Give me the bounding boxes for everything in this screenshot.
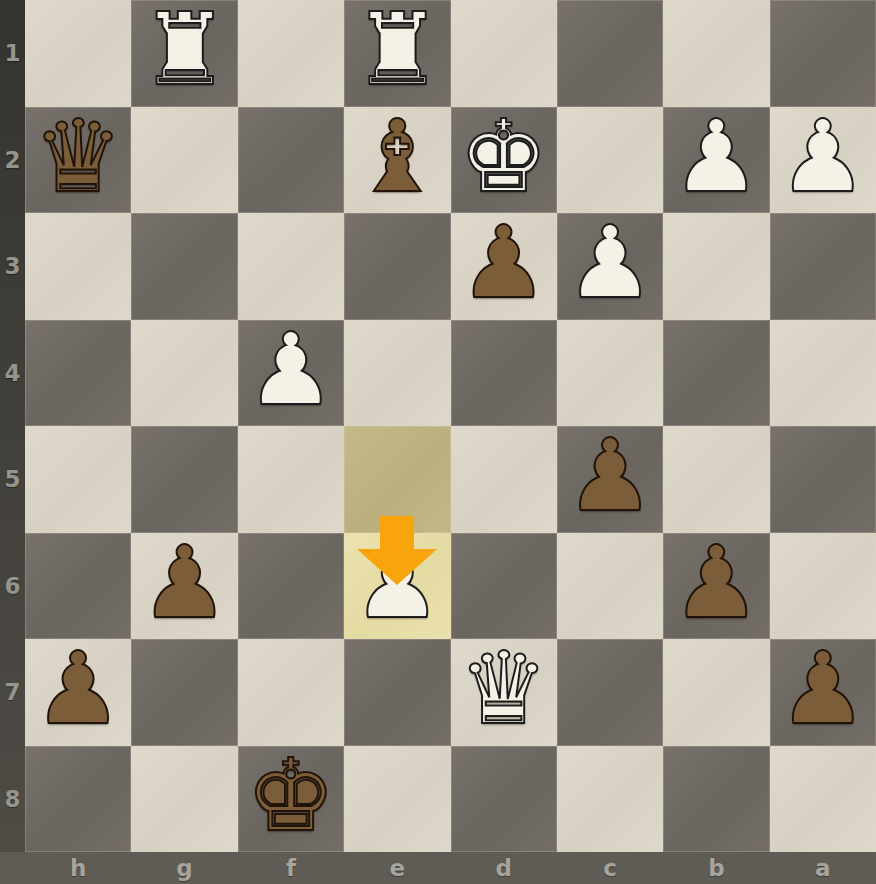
square-g8[interactable] <box>131 746 237 853</box>
square-d6[interactable] <box>451 533 557 640</box>
square-e8[interactable] <box>344 746 450 853</box>
file-label-c: c <box>557 852 663 884</box>
rank-labels: 12345678 <box>0 0 25 852</box>
file-label-e: e <box>344 852 450 884</box>
square-a3[interactable] <box>770 213 876 320</box>
piece-black-bishop-e2[interactable]: ♝ <box>352 107 442 207</box>
square-b4[interactable] <box>663 320 769 427</box>
square-c5[interactable]: ♟ <box>557 426 663 533</box>
square-b8[interactable] <box>663 746 769 853</box>
piece-black-pawn-g6[interactable]: ♟ <box>140 533 230 633</box>
square-a5[interactable] <box>770 426 876 533</box>
square-h8[interactable] <box>25 746 131 853</box>
square-g7[interactable] <box>131 639 237 746</box>
square-d3[interactable]: ♟ <box>451 213 557 320</box>
square-e2[interactable]: ♝ <box>344 107 450 214</box>
square-c1[interactable] <box>557 0 663 107</box>
square-c4[interactable] <box>557 320 663 427</box>
rank-label-8: 8 <box>0 746 25 853</box>
square-d7[interactable]: ♛ <box>451 639 557 746</box>
square-f1[interactable] <box>238 0 344 107</box>
square-g2[interactable] <box>131 107 237 214</box>
square-h5[interactable] <box>25 426 131 533</box>
rank-label-5: 5 <box>0 426 25 533</box>
piece-white-pawn-f4[interactable]: ♟ <box>246 320 336 420</box>
square-b1[interactable] <box>663 0 769 107</box>
square-h4[interactable] <box>25 320 131 427</box>
square-g6[interactable]: ♟ <box>131 533 237 640</box>
piece-white-rook-e1[interactable]: ♜ <box>352 0 442 100</box>
square-c8[interactable] <box>557 746 663 853</box>
file-label-h: h <box>25 852 131 884</box>
square-g1[interactable]: ♜ <box>131 0 237 107</box>
square-g3[interactable] <box>131 213 237 320</box>
square-a6[interactable] <box>770 533 876 640</box>
piece-black-pawn-b6[interactable]: ♟ <box>672 533 762 633</box>
square-a2[interactable]: ♟ <box>770 107 876 214</box>
square-g4[interactable] <box>131 320 237 427</box>
square-b3[interactable] <box>663 213 769 320</box>
square-e6[interactable]: ♟ <box>344 533 450 640</box>
piece-black-queen-h2[interactable]: ♛ <box>33 107 123 207</box>
square-f5[interactable] <box>238 426 344 533</box>
piece-black-pawn-d3[interactable]: ♟ <box>459 213 549 313</box>
square-b5[interactable] <box>663 426 769 533</box>
square-d2[interactable]: ♚ <box>451 107 557 214</box>
piece-black-pawn-h7[interactable]: ♟ <box>33 639 123 739</box>
square-b7[interactable] <box>663 639 769 746</box>
square-h2[interactable]: ♛ <box>25 107 131 214</box>
square-f2[interactable] <box>238 107 344 214</box>
square-f6[interactable] <box>238 533 344 640</box>
square-c7[interactable] <box>557 639 663 746</box>
square-c2[interactable] <box>557 107 663 214</box>
square-f8[interactable]: ♚ <box>238 746 344 853</box>
piece-white-king-d2[interactable]: ♚ <box>459 107 549 207</box>
square-a8[interactable] <box>770 746 876 853</box>
square-d1[interactable] <box>451 0 557 107</box>
square-e1[interactable]: ♜ <box>344 0 450 107</box>
piece-white-pawn-a2[interactable]: ♟ <box>778 107 868 207</box>
chess-app: 12345678 ♜♜♛♝♚♟♟♟♟♟♟♟♟♟♟♛♟♚ hgfedcba <box>0 0 876 884</box>
square-h6[interactable] <box>25 533 131 640</box>
square-c3[interactable]: ♟ <box>557 213 663 320</box>
piece-black-pawn-c5[interactable]: ♟ <box>565 426 655 526</box>
square-e3[interactable] <box>344 213 450 320</box>
square-h3[interactable] <box>25 213 131 320</box>
square-f3[interactable] <box>238 213 344 320</box>
file-label-a: a <box>770 852 876 884</box>
square-e4[interactable] <box>344 320 450 427</box>
rank-label-3: 3 <box>0 213 25 320</box>
rank-label-1: 1 <box>0 0 25 107</box>
board: ♜♜♛♝♚♟♟♟♟♟♟♟♟♟♟♛♟♚ <box>25 0 876 852</box>
square-c6[interactable] <box>557 533 663 640</box>
rank-label-6: 6 <box>0 533 25 640</box>
square-f7[interactable] <box>238 639 344 746</box>
file-labels: hgfedcba <box>0 852 876 884</box>
square-g5[interactable] <box>131 426 237 533</box>
square-b6[interactable]: ♟ <box>663 533 769 640</box>
square-f4[interactable]: ♟ <box>238 320 344 427</box>
file-label-f: f <box>238 852 344 884</box>
file-label-g: g <box>131 852 237 884</box>
file-label-d: d <box>451 852 557 884</box>
piece-white-pawn-c3[interactable]: ♟ <box>565 213 655 313</box>
square-d8[interactable] <box>451 746 557 853</box>
piece-black-pawn-a7[interactable]: ♟ <box>778 639 868 739</box>
square-h1[interactable] <box>25 0 131 107</box>
square-a7[interactable]: ♟ <box>770 639 876 746</box>
square-e5[interactable] <box>344 426 450 533</box>
square-a4[interactable] <box>770 320 876 427</box>
rank-label-4: 4 <box>0 320 25 427</box>
piece-white-rook-g1[interactable]: ♜ <box>140 0 230 100</box>
rank-label-2: 2 <box>0 107 25 214</box>
square-b2[interactable]: ♟ <box>663 107 769 214</box>
piece-black-king-f8[interactable]: ♚ <box>246 746 336 846</box>
square-d4[interactable] <box>451 320 557 427</box>
piece-white-pawn-e6[interactable]: ♟ <box>352 533 442 633</box>
file-label-b: b <box>663 852 769 884</box>
piece-white-pawn-b2[interactable]: ♟ <box>672 107 762 207</box>
square-h7[interactable]: ♟ <box>25 639 131 746</box>
rank-label-7: 7 <box>0 639 25 746</box>
square-d5[interactable] <box>451 426 557 533</box>
square-a1[interactable] <box>770 0 876 107</box>
square-e7[interactable] <box>344 639 450 746</box>
piece-white-queen-d7[interactable]: ♛ <box>459 639 549 739</box>
